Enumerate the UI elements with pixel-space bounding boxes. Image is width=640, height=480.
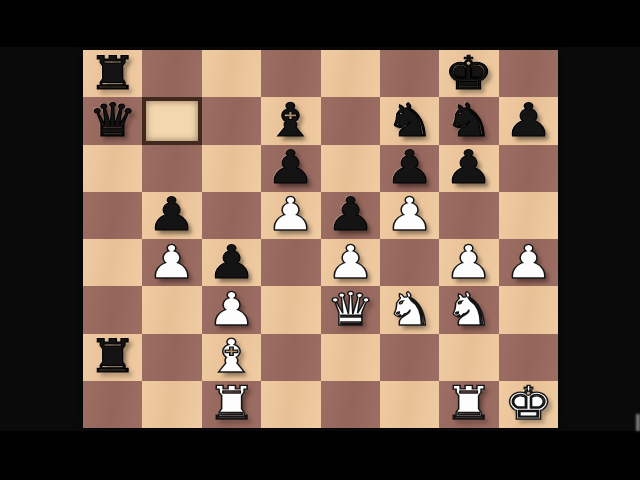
white-pawn-piece[interactable]: ♟ [148,239,197,285]
square-h3[interactable] [499,286,558,333]
square-b7[interactable] [142,97,201,144]
square-b8[interactable] [142,50,201,97]
white-knight-piece[interactable]: ♞ [385,286,434,332]
square-c3[interactable]: ♟ [202,286,261,333]
white-pawn-piece[interactable]: ♟ [207,286,256,332]
black-king-piece[interactable]: ♚ [445,50,494,96]
black-rook-piece[interactable]: ♜ [88,50,137,96]
square-b2[interactable] [142,334,201,381]
square-e1[interactable] [321,381,380,428]
square-b5[interactable]: ♟ [142,192,201,239]
chess-board: ♜♚♛♝♞♞♟♟♟♟♟♟♟♟♟♟♟♟♟♟♛♞♞♜♝♜♜♚ [83,50,558,428]
black-pawn-piece[interactable]: ♟ [326,192,375,238]
square-h4[interactable]: ♟ [499,239,558,286]
square-a4[interactable] [83,239,142,286]
square-d2[interactable] [261,334,320,381]
black-pawn-piece[interactable]: ♟ [445,145,494,191]
square-b1[interactable] [142,381,201,428]
square-a7[interactable]: ♛ [83,97,142,144]
black-pawn-piece[interactable]: ♟ [148,192,197,238]
square-f7[interactable]: ♞ [380,97,439,144]
white-pawn-piece[interactable]: ♟ [266,192,315,238]
square-c4[interactable]: ♟ [202,239,261,286]
white-pawn-piece[interactable]: ♟ [385,192,434,238]
square-h6[interactable] [499,145,558,192]
square-a2[interactable]: ♜ [83,334,142,381]
square-e2[interactable] [321,334,380,381]
square-g1[interactable]: ♜ [439,381,498,428]
square-h1[interactable]: ♚ [499,381,558,428]
square-d5[interactable]: ♟ [261,192,320,239]
video-canvas: ♜♚♛♝♞♞♟♟♟♟♟♟♟♟♟♟♟♟♟♟♛♞♞♜♝♜♜♚ [0,0,640,480]
square-d8[interactable] [261,50,320,97]
white-pawn-piece[interactable]: ♟ [445,239,494,285]
square-c2[interactable]: ♝ [202,334,261,381]
white-rook-piece[interactable]: ♜ [445,381,494,427]
black-knight-piece[interactable]: ♞ [385,97,434,143]
square-f4[interactable] [380,239,439,286]
square-e8[interactable] [321,50,380,97]
square-g2[interactable] [439,334,498,381]
square-c5[interactable] [202,192,261,239]
square-h5[interactable] [499,192,558,239]
square-e7[interactable] [321,97,380,144]
square-g3[interactable]: ♞ [439,286,498,333]
square-a1[interactable] [83,381,142,428]
square-e6[interactable] [321,145,380,192]
square-g8[interactable]: ♚ [439,50,498,97]
square-f3[interactable]: ♞ [380,286,439,333]
square-b6[interactable] [142,145,201,192]
white-rook-piece[interactable]: ♜ [207,381,256,427]
square-d6[interactable]: ♟ [261,145,320,192]
square-g7[interactable]: ♞ [439,97,498,144]
square-c1[interactable]: ♜ [202,381,261,428]
square-f5[interactable]: ♟ [380,192,439,239]
video-edge-artifact [636,414,640,431]
square-b4[interactable]: ♟ [142,239,201,286]
white-queen-piece[interactable]: ♛ [326,286,375,332]
square-a3[interactable] [83,286,142,333]
black-pawn-piece[interactable]: ♟ [385,145,434,191]
square-g6[interactable]: ♟ [439,145,498,192]
square-g4[interactable]: ♟ [439,239,498,286]
black-pawn-piece[interactable]: ♟ [504,97,553,143]
square-d3[interactable] [261,286,320,333]
black-pawn-piece[interactable]: ♟ [207,239,256,285]
square-c8[interactable] [202,50,261,97]
black-rook-piece[interactable]: ♜ [88,334,137,380]
square-d7[interactable]: ♝ [261,97,320,144]
square-b3[interactable] [142,286,201,333]
square-h7[interactable]: ♟ [499,97,558,144]
white-knight-piece[interactable]: ♞ [445,286,494,332]
square-e5[interactable]: ♟ [321,192,380,239]
square-e4[interactable]: ♟ [321,239,380,286]
square-a6[interactable] [83,145,142,192]
square-f2[interactable] [380,334,439,381]
square-a5[interactable] [83,192,142,239]
square-h2[interactable] [499,334,558,381]
square-d1[interactable] [261,381,320,428]
square-d4[interactable] [261,239,320,286]
black-pawn-piece[interactable]: ♟ [266,145,315,191]
black-bishop-piece[interactable]: ♝ [266,97,315,143]
white-pawn-piece[interactable]: ♟ [326,239,375,285]
square-g5[interactable] [439,192,498,239]
square-c7[interactable] [202,97,261,144]
square-c6[interactable] [202,145,261,192]
square-e3[interactable]: ♛ [321,286,380,333]
square-h8[interactable] [499,50,558,97]
square-f1[interactable] [380,381,439,428]
black-knight-piece[interactable]: ♞ [445,97,494,143]
white-king-piece[interactable]: ♚ [504,381,553,427]
white-bishop-piece[interactable]: ♝ [207,334,256,380]
black-queen-piece[interactable]: ♛ [88,97,137,143]
square-a8[interactable]: ♜ [83,50,142,97]
square-f8[interactable] [380,50,439,97]
white-pawn-piece[interactable]: ♟ [504,239,553,285]
square-f6[interactable]: ♟ [380,145,439,192]
